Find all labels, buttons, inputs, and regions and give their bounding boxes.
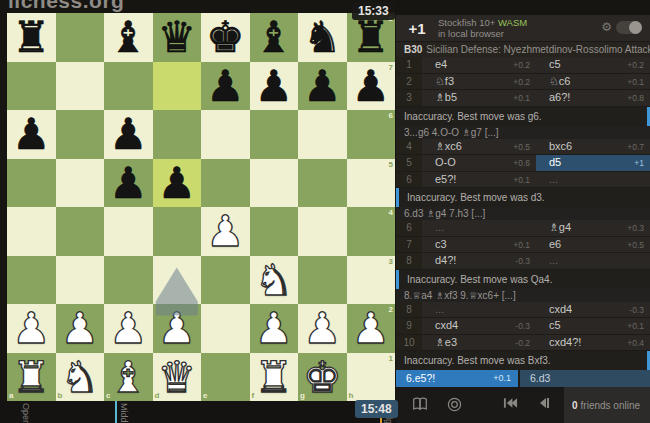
square-f8[interactable]: ♝	[250, 13, 299, 62]
move-number: 6	[396, 172, 422, 188]
move-row: 6e5?!+0.1...	[396, 172, 650, 189]
middlegame-tick	[115, 401, 117, 423]
move-eval: +0.1	[627, 318, 644, 334]
move-san: ♘c6	[536, 75, 570, 87]
square-b8[interactable]	[56, 13, 105, 62]
move-eval: +0.5	[627, 237, 644, 253]
friends-count: 0	[572, 400, 578, 411]
square-h2[interactable]: 2♟	[347, 304, 396, 353]
judgment-comment: Inaccuracy. Best move was g6.	[396, 107, 650, 126]
friends-label: friends online	[581, 400, 640, 411]
phase-label-middlegame: Middlegame	[119, 403, 129, 423]
move-row: 10♗e3-0.2cxd4?!+0.4	[396, 335, 650, 352]
move-number: 8	[396, 253, 422, 269]
move-san: c5	[536, 58, 561, 70]
white-move-cell[interactable]: ♗b5+0.1	[422, 90, 536, 106]
move-row: 8d4?!-0.3...	[396, 253, 650, 270]
square-d6[interactable]	[153, 110, 202, 159]
square-a8[interactable]: ♜	[7, 13, 56, 62]
square-a1[interactable]: a♜	[7, 353, 56, 402]
square-e2[interactable]	[201, 304, 250, 353]
black-rook-h8[interactable]: ♜	[347, 13, 396, 62]
square-h5[interactable]: 5	[347, 159, 396, 208]
square-e4[interactable]: ♟	[201, 207, 250, 256]
move-eval: -0.3	[515, 318, 530, 334]
black-move-cell[interactable]: ♗g4+0.3	[536, 220, 650, 236]
square-h8[interactable]: 8♜	[347, 13, 396, 62]
white-rook-a1[interactable]: ♜	[7, 353, 56, 402]
white-move-cell[interactable]: cxd4-0.3	[422, 318, 536, 334]
move-eval: +0.5	[513, 139, 530, 155]
square-h6[interactable]: 6	[347, 110, 396, 159]
square-g1[interactable]: g♚	[298, 353, 347, 402]
move-number: 2	[396, 74, 422, 90]
white-move-cell[interactable]: d4?!-0.3	[422, 253, 536, 269]
white-move-cell[interactable]: ...	[422, 220, 536, 236]
white-knight-b1[interactable]: ♞	[56, 353, 105, 402]
square-g5[interactable]	[298, 159, 347, 208]
square-b6[interactable]	[56, 110, 105, 159]
square-c2[interactable]: ♟	[104, 304, 153, 353]
move-san: cxd4	[422, 319, 458, 331]
engine-name: Stockfish 10+	[438, 17, 495, 28]
move-number: 5	[396, 155, 422, 171]
rank-coord-5: 5	[389, 160, 393, 169]
rank-coord-4: 4	[389, 208, 393, 217]
opening-title: Sicilian Defense: Nyezhmetdinov-Rossolim…	[426, 44, 650, 55]
square-c1[interactable]: c♝	[104, 353, 153, 402]
move-san: ♗e3	[422, 336, 457, 348]
engine-location: in local browser	[438, 28, 504, 39]
square-c7[interactable]	[104, 62, 153, 111]
square-f6[interactable]	[250, 110, 299, 159]
black-move-cell[interactable]: cxd4?!+0.4	[536, 335, 650, 351]
move-san: ...	[422, 221, 444, 233]
file-coord-h: h	[349, 391, 354, 400]
white-pawn-f2[interactable]: ♟	[250, 304, 299, 353]
white-pawn-c2[interactable]: ♟	[104, 304, 153, 353]
move-eval: +0.3	[627, 220, 644, 236]
move-eval: +0.1	[627, 74, 644, 90]
black-pawn-h7[interactable]: ♟	[347, 62, 396, 111]
move-eval: +0.4	[627, 335, 644, 351]
white-rook-f1[interactable]: ♜	[250, 353, 299, 402]
square-g4[interactable]	[298, 207, 347, 256]
square-b5[interactable]	[56, 159, 105, 208]
square-b4[interactable]	[56, 207, 105, 256]
move-row: 6...♗g4+0.3	[396, 220, 650, 237]
black-move-cell[interactable]: a6?!+0.8	[536, 90, 650, 106]
move-number: 8	[396, 302, 422, 318]
square-g7[interactable]: ♟	[298, 62, 347, 111]
black-move-cell[interactable]: c5+0.1	[536, 318, 650, 334]
engine-eval-score: +1	[396, 20, 438, 37]
move-number: 9	[396, 318, 422, 334]
move-san: cxd4?!	[536, 336, 581, 348]
move-row: 1e4+0.2c5+0.2	[396, 57, 650, 74]
engine-toggle[interactable]	[616, 21, 642, 34]
square-e3[interactable]	[201, 256, 250, 305]
white-move-cell[interactable]: ...	[422, 302, 536, 318]
move-san: O-O	[422, 156, 456, 168]
black-king-e8[interactable]: ♚	[201, 13, 250, 62]
black-queen-d8[interactable]: ♛	[153, 13, 202, 62]
move-eval: +0.2	[513, 57, 530, 73]
square-c4[interactable]	[104, 207, 153, 256]
chess-board: ♜♝♛♚♝♞8♜♟♟♟7♟♟♟6♟♟5♟4♞3♟♟♟♟♟♟2♟a♜b♞c♝d♛e…	[7, 13, 395, 401]
square-a5[interactable]	[7, 159, 56, 208]
white-move-cell[interactable]: ♗xc6+0.5	[422, 139, 536, 155]
rank-coord-6: 6	[389, 111, 393, 120]
move-number: 4	[396, 139, 422, 155]
move-san: c3	[422, 238, 447, 250]
black-move-cell[interactable]: bxc6+0.7	[536, 139, 650, 155]
played-move-eval: +0.1	[493, 370, 511, 387]
black-pawn-d5[interactable]: ♟	[153, 159, 202, 208]
square-f5[interactable]	[250, 159, 299, 208]
move-row: 7c3+0.1e6+0.5	[396, 237, 650, 254]
move-san: e5?!	[422, 173, 456, 185]
move-eval: +0.6	[513, 155, 530, 171]
square-f7[interactable]: ♟	[250, 62, 299, 111]
lichess-analysis-page: lichess.org ♜♝♛♚♝♞8♜♟♟♟7♟♟♟6♟♟5♟4♞3♟♟♟♟♟…	[0, 0, 650, 423]
move-eval: -0.3	[515, 253, 530, 269]
square-a6[interactable]: ♟	[7, 110, 56, 159]
white-move-cell[interactable]: O-O+0.6	[422, 155, 536, 171]
move-eval: +0.2	[627, 57, 644, 73]
square-c5[interactable]: ♟	[104, 159, 153, 208]
square-d3[interactable]	[153, 256, 202, 305]
played-move-san: 6.e5?!	[406, 372, 435, 384]
move-list: 1e4+0.2c5+0.22♘f3+0.2♘c6+0.13♗b5+0.1a6?!…	[396, 57, 650, 370]
black-move-cell[interactable]: ...	[536, 172, 650, 188]
white-move-cell[interactable]: c3+0.1	[422, 237, 536, 253]
move-number: 10	[396, 335, 422, 351]
move-row: 9cxd4-0.3c5+0.1	[396, 318, 650, 335]
square-f3[interactable]: ♞	[250, 256, 299, 305]
toggle-knob	[629, 21, 642, 34]
square-g6[interactable]	[298, 110, 347, 159]
black-clock: 15:33	[352, 2, 395, 20]
square-h7[interactable]: 7♟	[347, 62, 396, 111]
square-c6[interactable]: ♟	[104, 110, 153, 159]
played-move-button[interactable]: 6.e5?! +0.1	[396, 370, 518, 387]
move-number: 6	[396, 220, 422, 236]
square-h4[interactable]: 4	[347, 207, 396, 256]
square-d5[interactable]: ♟	[153, 159, 202, 208]
gear-icon[interactable]: ⚙	[601, 20, 612, 34]
variation-line[interactable]: 6.d3 ♗g4 7.h3 [...]	[396, 207, 650, 220]
square-d8[interactable]: ♛	[153, 13, 202, 62]
square-d4[interactable]	[153, 207, 202, 256]
move-row: 5O-O+0.6d5+1	[396, 155, 650, 172]
best-move-button[interactable]: 6.d3	[520, 370, 650, 387]
move-san: cxd4	[536, 303, 572, 315]
square-a2[interactable]: ♟	[7, 304, 56, 353]
square-g8[interactable]: ♞	[298, 13, 347, 62]
move-san: ...	[536, 254, 558, 266]
white-pawn-e4[interactable]: ♟	[201, 207, 250, 256]
move-san: ♗g4	[536, 221, 571, 233]
square-b2[interactable]: ♟	[56, 304, 105, 353]
move-row: 4♗xc6+0.5bxc6+0.7	[396, 139, 650, 156]
move-number: 7	[396, 237, 422, 253]
black-knight-g8[interactable]: ♞	[298, 13, 347, 62]
white-pawn-a2[interactable]: ♟	[7, 304, 56, 353]
analysis-panel: +1 Stockfish 10+ WASM in local browser ⚙…	[396, 0, 650, 423]
move-san: d4?!	[422, 254, 456, 266]
square-a7[interactable]	[7, 62, 56, 111]
move-row: 8...cxd4-0.3	[396, 302, 650, 319]
phase-label-opening: Opening	[21, 403, 31, 423]
board-grid: ♜♝♛♚♝♞8♜♟♟♟7♟♟♟6♟♟5♟4♞3♟♟♟♟♟♟2♟a♜b♞c♝d♛e…	[7, 13, 395, 401]
opening-name-bar: B30Sicilian Defense: Nyezhmetdinov-Rosso…	[396, 41, 650, 57]
move-row: 3♗b5+0.1a6?!+0.8	[396, 90, 650, 107]
move-san: a6?!	[536, 91, 570, 103]
white-move-cell[interactable]: ♘f3+0.2	[422, 74, 536, 90]
bottom-toolbar: 0 friends online	[396, 387, 650, 423]
black-bishop-c8[interactable]: ♝	[104, 13, 153, 62]
previous-move-icon[interactable]	[534, 397, 554, 413]
black-bishop-f8[interactable]: ♝	[250, 13, 299, 62]
judgment-comment: Inaccuracy. Best move was Bxf3.	[396, 351, 650, 370]
move-san: d5	[536, 156, 561, 168]
square-b3[interactable]	[56, 256, 105, 305]
black-pawn-c6[interactable]: ♟	[104, 110, 153, 159]
black-move-cell[interactable]: cxd4-0.3	[536, 302, 650, 318]
square-h3[interactable]: 3	[347, 256, 396, 305]
square-h1[interactable]: h1	[347, 353, 396, 402]
black-pawn-e7[interactable]: ♟	[201, 62, 250, 111]
white-pawn-b2[interactable]: ♟	[56, 304, 105, 353]
white-queen-d1[interactable]: ♛	[153, 353, 202, 402]
move-eval: +0.8	[627, 90, 644, 106]
move-eval: +0.2	[513, 74, 530, 90]
black-move-cell[interactable]: ...	[536, 253, 650, 269]
square-a3[interactable]	[7, 256, 56, 305]
square-e5[interactable]	[201, 159, 250, 208]
white-knight-f3[interactable]: ♞	[250, 256, 299, 305]
move-san: ♘f3	[422, 75, 454, 87]
square-a4[interactable]	[7, 207, 56, 256]
move-eval: +1	[634, 155, 644, 171]
move-choice-bar: 6.e5?! +0.1 6.d3	[396, 370, 650, 387]
move-san: bxc6	[536, 140, 572, 152]
engine-eval-header: +1 Stockfish 10+ WASM in local browser ⚙	[396, 15, 650, 41]
move-eval: +0.7	[627, 139, 644, 155]
go-to-start-icon[interactable]	[500, 397, 520, 413]
opening-eco: B30	[404, 44, 422, 55]
black-move-cell[interactable]: e6+0.5	[536, 237, 650, 253]
file-coord-e: e	[203, 391, 207, 400]
judgment-comment: Inaccuracy. Best move was Qa4.	[396, 270, 650, 289]
variation-line[interactable]: 3...g6 4.O-O ♗g7 [...]	[396, 126, 650, 139]
white-move-cell[interactable]: e4+0.2	[422, 57, 536, 73]
engine-info: Stockfish 10+ WASM in local browser	[438, 17, 527, 39]
black-pawn-a6[interactable]: ♟	[7, 110, 56, 159]
square-d7[interactable]	[153, 62, 202, 111]
move-san: ♗xc6	[422, 140, 462, 152]
opening-book-icon[interactable]	[410, 397, 430, 413]
square-g2[interactable]: ♟	[298, 304, 347, 353]
square-d2[interactable]: ♟	[153, 304, 202, 353]
white-pawn-h2[interactable]: ♟	[347, 304, 396, 353]
square-f4[interactable]	[250, 207, 299, 256]
square-c3[interactable]	[104, 256, 153, 305]
white-bishop-c1[interactable]: ♝	[104, 353, 153, 402]
square-f1[interactable]: f♜	[250, 353, 299, 402]
move-number: 3	[396, 90, 422, 106]
white-pawn-g2[interactable]: ♟	[298, 304, 347, 353]
black-pawn-g7[interactable]: ♟	[298, 62, 347, 111]
move-eval: +0.1	[513, 172, 530, 188]
square-f2[interactable]: ♟	[250, 304, 299, 353]
square-e7[interactable]: ♟	[201, 62, 250, 111]
move-san: e6	[536, 238, 561, 250]
move-eval: -0.2	[515, 335, 530, 351]
rank-coord-3: 3	[389, 257, 393, 266]
black-move-cell[interactable]: c5+0.2	[536, 57, 650, 73]
black-rook-a8[interactable]: ♜	[7, 13, 56, 62]
black-pawn-c5[interactable]: ♟	[104, 159, 153, 208]
move-number: 1	[396, 57, 422, 73]
analysis-graph-phases: Opening Middlegame Endgame	[0, 401, 396, 423]
black-pawn-f7[interactable]: ♟	[250, 62, 299, 111]
move-eval: +0.1	[513, 237, 530, 253]
rank-coord-1: 1	[389, 354, 393, 363]
square-d1[interactable]: d♛	[153, 353, 202, 402]
move-san: e4	[422, 58, 447, 70]
square-e1[interactable]: e	[201, 353, 250, 402]
square-b7[interactable]	[56, 62, 105, 111]
move-san: ♗b5	[422, 91, 457, 103]
move-san: ...	[536, 173, 558, 185]
variation-line[interactable]: 8.♕a4 ♗xf3 9.♕xc6+ [...]	[396, 289, 650, 302]
square-e6[interactable]	[201, 110, 250, 159]
white-pawn-d2[interactable]: ♟	[153, 304, 202, 353]
white-move-cell[interactable]: ♗e3-0.2	[422, 335, 536, 351]
move-eval: -0.3	[629, 302, 644, 318]
move-san: ...	[422, 303, 444, 315]
black-move-cell[interactable]: ♘c6+0.1	[536, 74, 650, 90]
square-c8[interactable]: ♝	[104, 13, 153, 62]
square-g3[interactable]	[298, 256, 347, 305]
square-b1[interactable]: b♞	[56, 353, 105, 402]
move-eval: +0.1	[513, 90, 530, 106]
practice-target-icon[interactable]	[444, 397, 464, 413]
judgment-comment: Inaccuracy. Best move was d3.	[396, 188, 650, 207]
engine-tech: WASM	[498, 17, 527, 28]
move-san: c5	[536, 319, 561, 331]
panel-top-spacer	[396, 0, 650, 15]
white-clock: 15:48	[355, 400, 398, 418]
white-move-cell[interactable]: e5?!+0.1	[422, 172, 536, 188]
friends-online-box[interactable]: 0 friends online	[564, 387, 650, 423]
move-row: 2♘f3+0.2♘c6+0.1	[396, 74, 650, 91]
black-move-cell[interactable]: d5+1	[536, 155, 650, 171]
white-king-g1[interactable]: ♚	[298, 353, 347, 402]
square-e8[interactable]: ♚	[201, 13, 250, 62]
